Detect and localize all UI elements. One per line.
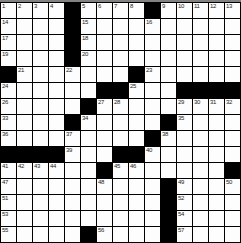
cell-r12c9[interactable] bbox=[129, 179, 144, 194]
cell-r5c14[interactable] bbox=[209, 67, 224, 82]
cell-r3c9[interactable] bbox=[129, 35, 144, 50]
cell-r12c12[interactable]: 49 bbox=[177, 179, 192, 194]
cell-r7c1[interactable]: 26 bbox=[1, 99, 16, 114]
clue-number-47: 47 bbox=[2, 179, 8, 185]
cell-r15c7[interactable]: 56 bbox=[97, 227, 112, 242]
cell-r2c14[interactable] bbox=[209, 19, 224, 34]
clue-number-15: 15 bbox=[82, 19, 88, 25]
cell-r3c15[interactable] bbox=[225, 35, 240, 50]
clue-number-2: 2 bbox=[18, 3, 21, 9]
cell-r5c10[interactable]: 23 bbox=[145, 67, 160, 82]
cell-r15c8[interactable] bbox=[113, 227, 128, 242]
cell-r13c3[interactable] bbox=[33, 195, 48, 210]
cell-r2c4[interactable] bbox=[49, 19, 64, 34]
cell-r12c3[interactable] bbox=[33, 179, 48, 194]
clue-number-4: 4 bbox=[50, 3, 53, 9]
black-cell-r8c5 bbox=[65, 115, 80, 130]
cell-r2c1[interactable]: 14 bbox=[1, 19, 16, 34]
clue-number-8: 8 bbox=[130, 3, 133, 9]
cell-r8c15[interactable] bbox=[225, 115, 240, 130]
clue-number-11: 11 bbox=[194, 3, 199, 9]
cell-r4c8[interactable] bbox=[113, 51, 128, 66]
black-cell-r6c12 bbox=[177, 83, 192, 98]
clue-number-20: 20 bbox=[82, 51, 88, 57]
clue-number-27: 27 bbox=[98, 99, 104, 105]
clue-number-33: 33 bbox=[2, 115, 8, 121]
cell-r13c6[interactable] bbox=[81, 195, 96, 210]
cell-r4c10[interactable] bbox=[145, 51, 160, 66]
cell-r12c14[interactable] bbox=[209, 179, 224, 194]
cell-r10c10[interactable]: 40 bbox=[145, 147, 160, 162]
cell-r7c9[interactable] bbox=[129, 99, 144, 114]
cell-r11c1[interactable]: 41 bbox=[1, 163, 16, 178]
cell-r11c14[interactable] bbox=[209, 163, 224, 178]
cell-r11c6[interactable] bbox=[81, 163, 96, 178]
clue-number-14: 14 bbox=[2, 19, 8, 25]
clue-number-46: 46 bbox=[130, 163, 136, 169]
cell-r8c9[interactable] bbox=[129, 115, 144, 130]
clue-number-19: 19 bbox=[2, 51, 8, 57]
clue-number-42: 42 bbox=[18, 163, 24, 169]
clue-number-43: 43 bbox=[34, 163, 40, 169]
cell-r14c15[interactable] bbox=[225, 211, 240, 226]
cell-r10c14[interactable] bbox=[209, 147, 224, 162]
cell-r9c5[interactable]: 37 bbox=[65, 131, 80, 146]
cell-r13c9[interactable] bbox=[129, 195, 144, 210]
cell-r1c12[interactable]: 10 bbox=[177, 3, 192, 18]
cell-r8c12[interactable]: 35 bbox=[177, 115, 192, 130]
black-cell-r5c1 bbox=[1, 67, 16, 82]
black-cell-r6c13 bbox=[193, 83, 208, 98]
black-cell-r2c5 bbox=[65, 19, 80, 34]
cell-r10c13[interactable] bbox=[193, 147, 208, 162]
cell-r6c4[interactable] bbox=[49, 83, 64, 98]
cell-r14c14[interactable] bbox=[209, 211, 224, 226]
cell-r12c10[interactable] bbox=[145, 179, 160, 194]
clue-number-38: 38 bbox=[162, 131, 168, 137]
clue-number-56: 56 bbox=[98, 227, 104, 233]
clue-number-16: 16 bbox=[146, 19, 152, 25]
cell-r14c8[interactable] bbox=[113, 211, 128, 226]
cell-r2c11[interactable] bbox=[161, 19, 176, 34]
cell-r11c12[interactable] bbox=[177, 163, 192, 178]
cell-r6c3[interactable] bbox=[33, 83, 48, 98]
cell-r4c15[interactable] bbox=[225, 51, 240, 66]
cell-r13c7[interactable] bbox=[97, 195, 112, 210]
cell-r9c12[interactable] bbox=[177, 131, 192, 146]
clue-number-6: 6 bbox=[98, 3, 101, 9]
cell-r8c2[interactable] bbox=[17, 115, 32, 130]
black-cell-r10c3 bbox=[33, 147, 48, 162]
cell-r11c13[interactable] bbox=[193, 163, 208, 178]
clue-number-48: 48 bbox=[98, 179, 104, 185]
cell-r11c2[interactable]: 42 bbox=[17, 163, 32, 178]
cell-r4c4[interactable] bbox=[49, 51, 64, 66]
cell-r10c12[interactable] bbox=[177, 147, 192, 162]
cell-r9c6[interactable] bbox=[81, 131, 96, 146]
cell-r15c4[interactable] bbox=[49, 227, 64, 242]
clue-number-57: 57 bbox=[178, 227, 184, 233]
cell-r15c1[interactable]: 55 bbox=[1, 227, 16, 242]
cell-r4c9[interactable] bbox=[129, 51, 144, 66]
cell-r5c4[interactable] bbox=[49, 67, 64, 82]
cell-r5c12[interactable] bbox=[177, 67, 192, 82]
cell-r7c13[interactable]: 30 bbox=[193, 99, 208, 114]
cell-r8c13[interactable] bbox=[193, 115, 208, 130]
cell-r3c11[interactable] bbox=[161, 35, 176, 50]
cell-r6c10[interactable] bbox=[145, 83, 160, 98]
cell-r12c13[interactable] bbox=[193, 179, 208, 194]
cell-r13c2[interactable] bbox=[17, 195, 32, 210]
clue-number-49: 49 bbox=[178, 179, 184, 185]
cell-r15c12[interactable]: 57 bbox=[177, 227, 192, 242]
clue-number-10: 10 bbox=[178, 3, 184, 9]
clue-number-45: 45 bbox=[114, 163, 120, 169]
cell-r2c13[interactable] bbox=[193, 19, 208, 34]
cell-r7c5[interactable] bbox=[65, 99, 80, 114]
cell-r15c15[interactable] bbox=[225, 227, 240, 242]
cell-r14c10[interactable] bbox=[145, 211, 160, 226]
cell-r11c3[interactable]: 43 bbox=[33, 163, 48, 178]
clue-number-12: 12 bbox=[210, 3, 216, 9]
cell-r3c8[interactable] bbox=[113, 35, 128, 50]
clue-number-31: 31 bbox=[210, 99, 216, 105]
cell-r5c8[interactable] bbox=[113, 67, 128, 82]
cell-r1c13[interactable]: 11 bbox=[193, 3, 208, 18]
cell-r9c7[interactable] bbox=[97, 131, 112, 146]
clue-number-13: 13 bbox=[226, 3, 232, 9]
clue-number-5: 5 bbox=[82, 3, 85, 9]
cell-r5c13[interactable] bbox=[193, 67, 208, 82]
clue-number-32: 32 bbox=[226, 99, 232, 105]
clue-number-9: 9 bbox=[162, 3, 165, 9]
cell-r10c5[interactable]: 39 bbox=[65, 147, 80, 162]
cell-r8c3[interactable] bbox=[33, 115, 48, 130]
black-cell-r8c11 bbox=[161, 115, 176, 130]
clue-number-54: 54 bbox=[178, 211, 184, 217]
black-cell-r14c11 bbox=[161, 211, 176, 226]
cell-r7c3[interactable] bbox=[33, 99, 48, 114]
cell-r2c10[interactable]: 16 bbox=[145, 19, 160, 34]
cell-r14c1[interactable]: 53 bbox=[1, 211, 16, 226]
clue-number-3: 3 bbox=[34, 3, 37, 9]
black-cell-r1c5 bbox=[65, 3, 80, 18]
cell-r7c11[interactable] bbox=[161, 99, 176, 114]
clue-number-24: 24 bbox=[2, 83, 8, 89]
black-cell-r3c5 bbox=[65, 35, 80, 50]
cell-r8c14[interactable] bbox=[209, 115, 224, 130]
cell-r1c8[interactable]: 7 bbox=[113, 3, 128, 18]
cell-r2c12[interactable] bbox=[177, 19, 192, 34]
cell-r6c9[interactable]: 25 bbox=[129, 83, 144, 98]
cell-r4c7[interactable] bbox=[97, 51, 112, 66]
cell-r12c7[interactable]: 48 bbox=[97, 179, 112, 194]
cell-r2c6[interactable]: 15 bbox=[81, 19, 96, 34]
clue-number-39: 39 bbox=[66, 147, 72, 153]
clue-number-41: 41 bbox=[2, 163, 8, 169]
black-cell-r10c1 bbox=[1, 147, 16, 162]
black-cell-r10c9 bbox=[129, 147, 144, 162]
cell-r14c6[interactable] bbox=[81, 211, 96, 226]
cell-r7c7[interactable]: 27 bbox=[97, 99, 112, 114]
cell-r15c14[interactable] bbox=[209, 227, 224, 242]
cell-r11c5[interactable] bbox=[65, 163, 80, 178]
clue-number-34: 34 bbox=[82, 115, 88, 121]
black-cell-r6c8 bbox=[113, 83, 128, 98]
cell-r1c14[interactable]: 12 bbox=[209, 3, 224, 18]
clue-number-30: 30 bbox=[194, 99, 200, 105]
cell-r8c1[interactable]: 33 bbox=[1, 115, 16, 130]
cell-r4c6[interactable]: 20 bbox=[81, 51, 96, 66]
cell-r11c8[interactable]: 45 bbox=[113, 163, 128, 178]
clue-number-40: 40 bbox=[146, 147, 152, 153]
cell-r12c15[interactable]: 50 bbox=[225, 179, 240, 194]
cell-r8c6[interactable]: 34 bbox=[81, 115, 96, 130]
crossword-applet: 1234567891011121314151617181920212223242… bbox=[0, 0, 241, 243]
cell-r9c9[interactable] bbox=[129, 131, 144, 146]
clue-number-22: 22 bbox=[66, 67, 72, 73]
clue-number-36: 36 bbox=[2, 131, 8, 137]
cell-r10c7[interactable] bbox=[97, 147, 112, 162]
clue-number-53: 53 bbox=[2, 211, 8, 217]
cell-r7c4[interactable] bbox=[49, 99, 64, 114]
cell-r14c5[interactable] bbox=[65, 211, 80, 226]
cell-r3c6[interactable]: 18 bbox=[81, 35, 96, 50]
cell-r6c5[interactable] bbox=[65, 83, 80, 98]
cell-r2c7[interactable] bbox=[97, 19, 112, 34]
clue-number-37: 37 bbox=[66, 131, 72, 137]
cell-r5c6[interactable] bbox=[81, 67, 96, 82]
cell-r2c15[interactable] bbox=[225, 19, 240, 34]
clue-number-29: 29 bbox=[178, 99, 184, 105]
cell-r9c3[interactable] bbox=[33, 131, 48, 146]
cell-r12c8[interactable] bbox=[113, 179, 128, 194]
cell-r2c3[interactable] bbox=[33, 19, 48, 34]
cell-r3c7[interactable] bbox=[97, 35, 112, 50]
clue-number-1: 1 bbox=[2, 3, 5, 9]
cell-r11c11[interactable] bbox=[161, 163, 176, 178]
clue-number-21: 21 bbox=[18, 67, 24, 73]
black-cell-r6c14 bbox=[209, 83, 224, 98]
cell-r5c5[interactable]: 22 bbox=[65, 67, 80, 82]
cell-r9c15[interactable] bbox=[225, 131, 240, 146]
black-cell-r10c8 bbox=[113, 147, 128, 162]
cell-r8c10[interactable] bbox=[145, 115, 160, 130]
cell-r14c12[interactable]: 54 bbox=[177, 211, 192, 226]
cell-r12c1[interactable]: 47 bbox=[1, 179, 16, 194]
cell-r4c2[interactable] bbox=[17, 51, 32, 66]
cell-r15c9[interactable] bbox=[129, 227, 144, 242]
cell-r7c10[interactable] bbox=[145, 99, 160, 114]
cell-r3c4[interactable] bbox=[49, 35, 64, 50]
cell-r1c6[interactable]: 5 bbox=[81, 3, 96, 18]
cell-r3c14[interactable] bbox=[209, 35, 224, 50]
cell-r8c4[interactable] bbox=[49, 115, 64, 130]
cell-r1c3[interactable]: 3 bbox=[33, 3, 48, 18]
cell-r6c1[interactable]: 24 bbox=[1, 83, 16, 98]
cell-r1c9[interactable]: 8 bbox=[129, 3, 144, 18]
black-cell-r12c11 bbox=[161, 179, 176, 194]
cell-r14c9[interactable] bbox=[129, 211, 144, 226]
cell-r15c5[interactable] bbox=[65, 227, 80, 242]
black-cell-r6c15 bbox=[225, 83, 240, 98]
cell-r3c1[interactable]: 17 bbox=[1, 35, 16, 50]
cell-r15c3[interactable] bbox=[33, 227, 48, 242]
cell-r9c4[interactable] bbox=[49, 131, 64, 146]
cell-r9c13[interactable] bbox=[193, 131, 208, 146]
cell-r7c12[interactable]: 29 bbox=[177, 99, 192, 114]
cell-r6c11[interactable] bbox=[161, 83, 176, 98]
cell-r10c6[interactable] bbox=[81, 147, 96, 162]
cell-r7c15[interactable]: 32 bbox=[225, 99, 240, 114]
black-cell-r5c9 bbox=[129, 67, 144, 82]
black-cell-r6c7 bbox=[97, 83, 112, 98]
cell-r14c2[interactable] bbox=[17, 211, 32, 226]
cell-r4c1[interactable]: 19 bbox=[1, 51, 16, 66]
cell-r9c11[interactable]: 38 bbox=[161, 131, 176, 146]
cell-r2c2[interactable] bbox=[17, 19, 32, 34]
cell-r14c4[interactable] bbox=[49, 211, 64, 226]
cell-r6c6[interactable] bbox=[81, 83, 96, 98]
cell-r13c5[interactable] bbox=[65, 195, 80, 210]
clue-number-25: 25 bbox=[130, 83, 136, 89]
cell-r9c14[interactable] bbox=[209, 131, 224, 146]
cell-r14c3[interactable] bbox=[33, 211, 48, 226]
black-cell-r15c6 bbox=[81, 227, 96, 242]
cell-r7c2[interactable] bbox=[17, 99, 32, 114]
cell-r13c14[interactable] bbox=[209, 195, 224, 210]
cell-r4c13[interactable] bbox=[193, 51, 208, 66]
black-cell-r1c10 bbox=[145, 3, 160, 18]
cell-r5c7[interactable] bbox=[97, 67, 112, 82]
cell-r13c15[interactable] bbox=[225, 195, 240, 210]
cell-r15c13[interactable] bbox=[193, 227, 208, 242]
black-cell-r7c6 bbox=[81, 99, 96, 114]
cell-r9c2[interactable] bbox=[17, 131, 32, 146]
cell-r8c8[interactable] bbox=[113, 115, 128, 130]
cell-r4c3[interactable] bbox=[33, 51, 48, 66]
cell-r12c6[interactable] bbox=[81, 179, 96, 194]
cell-r4c12[interactable] bbox=[177, 51, 192, 66]
cell-r3c10[interactable] bbox=[145, 35, 160, 50]
cell-r14c7[interactable] bbox=[97, 211, 112, 226]
cell-r13c4[interactable] bbox=[49, 195, 64, 210]
cell-r1c11[interactable]: 9 bbox=[161, 3, 176, 18]
cell-r9c1[interactable]: 36 bbox=[1, 131, 16, 146]
cell-r11c4[interactable]: 44 bbox=[49, 163, 64, 178]
cell-r1c15[interactable]: 13 bbox=[225, 3, 240, 18]
clue-number-17: 17 bbox=[2, 35, 8, 41]
cell-r11c10[interactable] bbox=[145, 163, 160, 178]
clue-number-44: 44 bbox=[50, 163, 56, 169]
cell-r10c15[interactable] bbox=[225, 147, 240, 162]
cell-r8c7[interactable] bbox=[97, 115, 112, 130]
cell-r15c10[interactable] bbox=[145, 227, 160, 242]
cell-r3c13[interactable] bbox=[193, 35, 208, 50]
cell-r2c9[interactable] bbox=[129, 19, 144, 34]
cell-r4c11[interactable] bbox=[161, 51, 176, 66]
cell-r3c3[interactable] bbox=[33, 35, 48, 50]
clue-number-23: 23 bbox=[146, 67, 152, 73]
cell-r12c5[interactable] bbox=[65, 179, 80, 194]
cell-r3c2[interactable] bbox=[17, 35, 32, 50]
black-cell-r15c11 bbox=[161, 227, 176, 242]
cell-r7c14[interactable]: 31 bbox=[209, 99, 224, 114]
cell-r2c8[interactable] bbox=[113, 19, 128, 34]
cell-r1c4[interactable]: 4 bbox=[49, 3, 64, 18]
cell-r5c2[interactable]: 21 bbox=[17, 67, 32, 82]
clue-number-28: 28 bbox=[114, 99, 120, 105]
black-cell-r13c11 bbox=[161, 195, 176, 210]
cell-r4c14[interactable] bbox=[209, 51, 224, 66]
black-cell-r11c15 bbox=[225, 163, 240, 178]
cell-r5c15[interactable] bbox=[225, 67, 240, 82]
clue-number-52: 52 bbox=[178, 195, 184, 201]
cell-r13c10[interactable] bbox=[145, 195, 160, 210]
cell-r9c8[interactable] bbox=[113, 131, 128, 146]
cell-r6c2[interactable] bbox=[17, 83, 32, 98]
clue-number-50: 50 bbox=[226, 179, 232, 185]
cell-r7c8[interactable]: 28 bbox=[113, 99, 128, 114]
cell-r1c7[interactable]: 6 bbox=[97, 3, 112, 18]
cell-r12c4[interactable] bbox=[49, 179, 64, 194]
clue-number-26: 26 bbox=[2, 99, 8, 105]
clue-number-51: 51 bbox=[2, 195, 8, 201]
cell-r1c2[interactable]: 2 bbox=[17, 3, 32, 18]
black-cell-r9c10 bbox=[145, 131, 160, 146]
cell-r15c2[interactable] bbox=[17, 227, 32, 242]
clue-number-35: 35 bbox=[178, 115, 184, 121]
cell-r11c9[interactable]: 46 bbox=[129, 163, 144, 178]
clue-number-18: 18 bbox=[82, 35, 88, 41]
black-cell-r10c4 bbox=[49, 147, 64, 162]
black-cell-r4c5 bbox=[65, 51, 80, 66]
cell-r1c1[interactable]: 1 bbox=[1, 3, 16, 18]
cell-r13c12[interactable]: 52 bbox=[177, 195, 192, 210]
cell-r13c13[interactable] bbox=[193, 195, 208, 210]
clue-number-7: 7 bbox=[114, 3, 117, 9]
cell-r10c11[interactable] bbox=[161, 147, 176, 162]
cell-r5c3[interactable] bbox=[33, 67, 48, 82]
black-cell-r10c2 bbox=[17, 147, 32, 162]
cell-r13c8[interactable] bbox=[113, 195, 128, 210]
cell-r12c2[interactable] bbox=[17, 179, 32, 194]
cell-r5c11[interactable] bbox=[161, 67, 176, 82]
crossword-grid[interactable]: 1234567891011121314151617181920212223242… bbox=[0, 2, 241, 243]
clue-number-55: 55 bbox=[2, 227, 8, 233]
cell-r13c1[interactable]: 51 bbox=[1, 195, 16, 210]
cell-r14c13[interactable] bbox=[193, 211, 208, 226]
black-cell-r11c7 bbox=[97, 163, 112, 178]
cell-r3c12[interactable] bbox=[177, 35, 192, 50]
